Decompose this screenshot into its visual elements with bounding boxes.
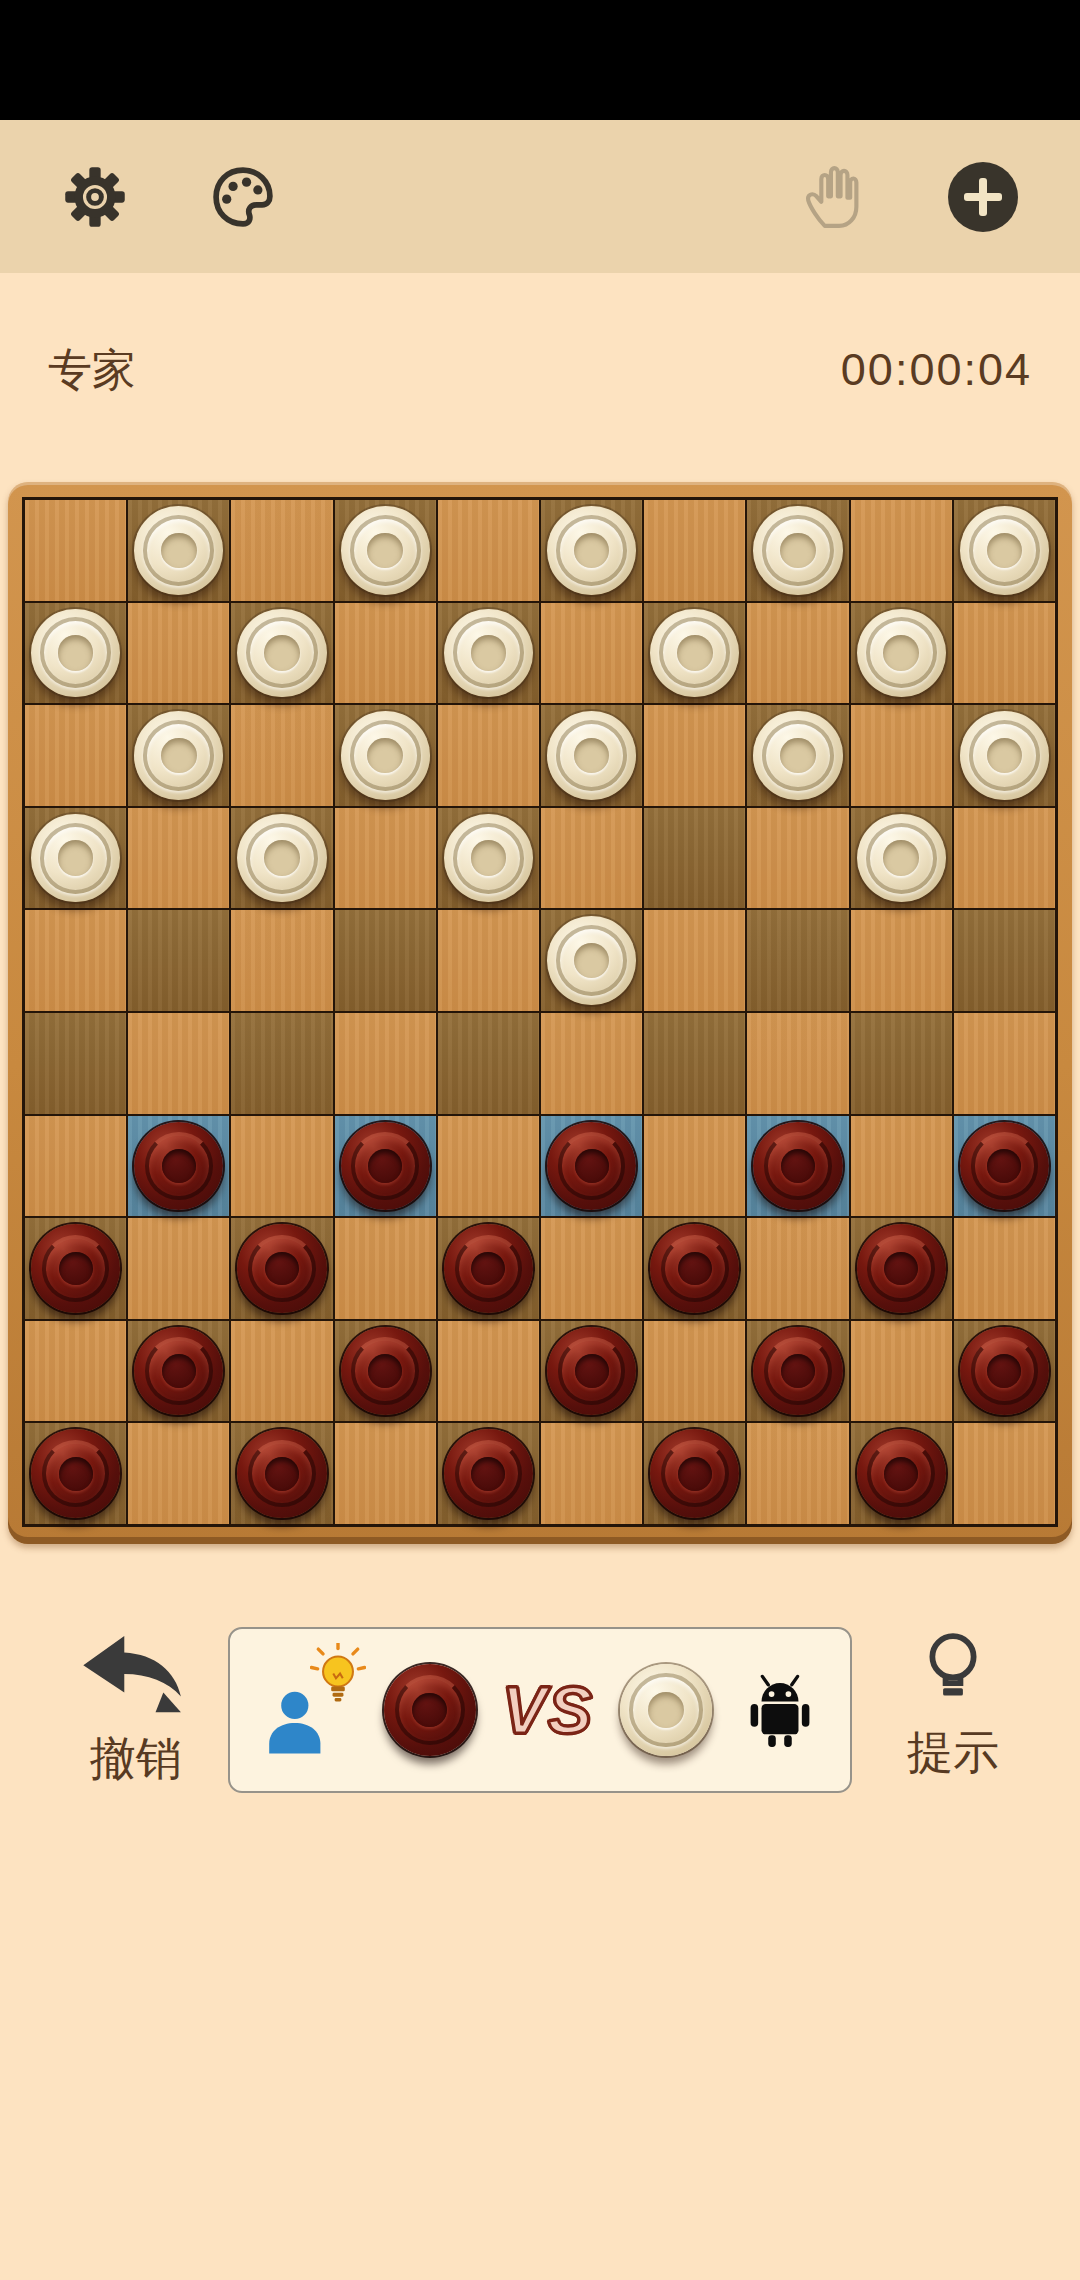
square-9-7 <box>747 1423 848 1524</box>
black-piece[interactable] <box>237 1224 326 1313</box>
square-0-7[interactable] <box>747 500 848 601</box>
square-3-8[interactable] <box>851 808 952 909</box>
square-2-6 <box>644 705 745 806</box>
square-6-2 <box>231 1116 332 1217</box>
square-5-5 <box>541 1013 642 1114</box>
square-0-6 <box>644 500 745 601</box>
gear-icon <box>61 163 129 231</box>
hint-button[interactable]: 提示 <box>868 1628 1038 1784</box>
undo-label: 撤销 <box>90 1728 182 1790</box>
undo-arrow-icon <box>77 1636 195 1718</box>
black-piece[interactable] <box>960 1122 1049 1211</box>
square-6-1[interactable] <box>128 1116 229 1217</box>
square-3-0[interactable] <box>25 808 126 909</box>
square-0-3[interactable] <box>335 500 436 601</box>
square-8-7[interactable] <box>747 1321 848 1422</box>
square-4-8 <box>851 910 952 1011</box>
square-1-4[interactable] <box>438 603 539 704</box>
square-2-1[interactable] <box>128 705 229 806</box>
square-8-1[interactable] <box>128 1321 229 1422</box>
app-screen: 专家 00:00:04 撤销 <box>0 0 1080 2280</box>
square-8-0 <box>25 1321 126 1422</box>
white-piece[interactable] <box>237 609 326 698</box>
black-piece[interactable] <box>31 1224 120 1313</box>
square-3-9 <box>954 808 1055 909</box>
square-2-2 <box>231 705 332 806</box>
black-piece[interactable] <box>341 1122 430 1211</box>
black-piece[interactable] <box>444 1429 533 1518</box>
white-piece[interactable] <box>547 916 636 1005</box>
white-piece[interactable] <box>960 506 1049 595</box>
vs-label: VS <box>502 1672 594 1748</box>
square-1-9 <box>954 603 1055 704</box>
square-6-7[interactable] <box>747 1116 848 1217</box>
square-7-1 <box>128 1218 229 1319</box>
white-piece[interactable] <box>341 506 430 595</box>
square-2-5[interactable] <box>541 705 642 806</box>
square-5-9 <box>954 1013 1055 1114</box>
square-8-4 <box>438 1321 539 1422</box>
square-6-6 <box>644 1116 745 1217</box>
black-piece[interactable] <box>341 1327 430 1416</box>
white-piece[interactable] <box>547 506 636 595</box>
square-6-3[interactable] <box>335 1116 436 1217</box>
square-6-8 <box>851 1116 952 1217</box>
white-piece[interactable] <box>444 814 533 903</box>
white-piece[interactable] <box>753 506 842 595</box>
square-3-7 <box>747 808 848 909</box>
square-7-7 <box>747 1218 848 1319</box>
square-6-5[interactable] <box>541 1116 642 1217</box>
square-8-5[interactable] <box>541 1321 642 1422</box>
square-2-7[interactable] <box>747 705 848 806</box>
android-robot-icon <box>738 1666 822 1754</box>
square-7-3 <box>335 1218 436 1319</box>
black-piece[interactable] <box>237 1429 326 1518</box>
black-piece[interactable] <box>857 1224 946 1313</box>
pause-button[interactable] <box>798 162 868 232</box>
white-piece[interactable] <box>547 711 636 800</box>
black-piece[interactable] <box>547 1122 636 1211</box>
palette-icon <box>209 163 277 231</box>
square-6-4 <box>438 1116 539 1217</box>
difficulty-label: 专家 <box>48 341 136 400</box>
square-2-4 <box>438 705 539 806</box>
square-0-9[interactable] <box>954 500 1055 601</box>
square-7-4[interactable] <box>438 1218 539 1319</box>
human-player <box>258 1651 358 1769</box>
square-0-8 <box>851 500 952 601</box>
white-piece[interactable] <box>341 711 430 800</box>
black-piece[interactable] <box>547 1327 636 1416</box>
players-panel: VS <box>228 1627 852 1793</box>
square-5-1 <box>128 1013 229 1114</box>
black-piece-badge <box>384 1664 476 1756</box>
square-5-7 <box>747 1013 848 1114</box>
game-timer: 00:00:04 <box>841 344 1032 396</box>
square-9-9 <box>954 1423 1055 1524</box>
black-piece[interactable] <box>134 1327 223 1416</box>
square-8-2 <box>231 1321 332 1422</box>
square-7-0[interactable] <box>25 1218 126 1319</box>
square-6-9[interactable] <box>954 1116 1055 1217</box>
hint-label: 提示 <box>907 1722 999 1784</box>
square-5-8[interactable] <box>851 1013 952 1114</box>
black-piece[interactable] <box>650 1429 739 1518</box>
square-1-2[interactable] <box>231 603 332 704</box>
board-grid <box>22 497 1058 1527</box>
black-piece[interactable] <box>960 1327 1049 1416</box>
square-4-0 <box>25 910 126 1011</box>
white-piece[interactable] <box>444 609 533 698</box>
undo-button[interactable]: 撤销 <box>58 1636 213 1790</box>
square-5-4[interactable] <box>438 1013 539 1114</box>
square-3-3 <box>335 808 436 909</box>
square-4-7[interactable] <box>747 910 848 1011</box>
square-4-6 <box>644 910 745 1011</box>
square-3-5 <box>541 808 642 909</box>
square-1-6[interactable] <box>644 603 745 704</box>
square-6-0 <box>25 1116 126 1217</box>
checkers-board <box>8 482 1072 1544</box>
square-5-0[interactable] <box>25 1013 126 1114</box>
hand-icon <box>800 164 866 230</box>
white-piece[interactable] <box>650 609 739 698</box>
square-5-2[interactable] <box>231 1013 332 1114</box>
status-bar <box>0 0 1080 120</box>
square-1-7 <box>747 603 848 704</box>
black-piece[interactable] <box>31 1429 120 1518</box>
square-1-5 <box>541 603 642 704</box>
square-0-1[interactable] <box>128 500 229 601</box>
square-4-2 <box>231 910 332 1011</box>
white-piece[interactable] <box>857 609 946 698</box>
square-9-5 <box>541 1423 642 1524</box>
square-5-6[interactable] <box>644 1013 745 1114</box>
theme-button[interactable] <box>208 162 278 232</box>
white-piece[interactable] <box>134 506 223 595</box>
square-2-3[interactable] <box>335 705 436 806</box>
square-1-3 <box>335 603 436 704</box>
black-piece[interactable] <box>753 1327 842 1416</box>
square-9-6[interactable] <box>644 1423 745 1524</box>
square-8-3[interactable] <box>335 1321 436 1422</box>
square-2-0 <box>25 705 126 806</box>
square-1-1 <box>128 603 229 704</box>
square-8-6 <box>644 1321 745 1422</box>
white-piece[interactable] <box>753 711 842 800</box>
square-9-4[interactable] <box>438 1423 539 1524</box>
white-piece[interactable] <box>237 814 326 903</box>
square-7-6[interactable] <box>644 1218 745 1319</box>
idea-bulb-icon <box>310 1643 366 1711</box>
white-piece[interactable] <box>960 711 1049 800</box>
square-4-3[interactable] <box>335 910 436 1011</box>
white-piece[interactable] <box>857 814 946 903</box>
square-4-1[interactable] <box>128 910 229 1011</box>
black-piece[interactable] <box>650 1224 739 1313</box>
square-9-0[interactable] <box>25 1423 126 1524</box>
square-7-8[interactable] <box>851 1218 952 1319</box>
square-3-2[interactable] <box>231 808 332 909</box>
square-0-4 <box>438 500 539 601</box>
square-4-4 <box>438 910 539 1011</box>
square-0-0 <box>25 500 126 601</box>
square-8-9[interactable] <box>954 1321 1055 1422</box>
white-piece[interactable] <box>31 814 120 903</box>
black-piece[interactable] <box>134 1122 223 1211</box>
toolbar <box>0 120 1080 273</box>
square-0-5[interactable] <box>541 500 642 601</box>
square-7-9 <box>954 1218 1055 1319</box>
square-9-1 <box>128 1423 229 1524</box>
square-4-9[interactable] <box>954 910 1055 1011</box>
square-7-2[interactable] <box>231 1218 332 1319</box>
hint-bulb-icon <box>920 1628 986 1712</box>
square-9-3 <box>335 1423 436 1524</box>
square-3-1 <box>128 808 229 909</box>
square-8-8 <box>851 1321 952 1422</box>
square-0-2 <box>231 500 332 601</box>
square-9-8[interactable] <box>851 1423 952 1524</box>
square-3-6[interactable] <box>644 808 745 909</box>
white-piece[interactable] <box>31 609 120 698</box>
square-9-2[interactable] <box>231 1423 332 1524</box>
white-piece[interactable] <box>134 711 223 800</box>
square-7-5 <box>541 1218 642 1319</box>
black-piece[interactable] <box>857 1429 946 1518</box>
square-4-5[interactable] <box>541 910 642 1011</box>
square-1-0[interactable] <box>25 603 126 704</box>
square-2-9[interactable] <box>954 705 1055 806</box>
black-piece[interactable] <box>753 1122 842 1211</box>
square-5-3 <box>335 1013 436 1114</box>
square-1-8[interactable] <box>851 603 952 704</box>
square-2-8 <box>851 705 952 806</box>
white-piece-badge <box>620 1664 712 1756</box>
settings-button[interactable] <box>60 162 130 232</box>
new-game-button[interactable] <box>948 162 1018 232</box>
game-info-row: 专家 00:00:04 <box>0 335 1080 405</box>
square-3-4[interactable] <box>438 808 539 909</box>
black-piece[interactable] <box>444 1224 533 1313</box>
